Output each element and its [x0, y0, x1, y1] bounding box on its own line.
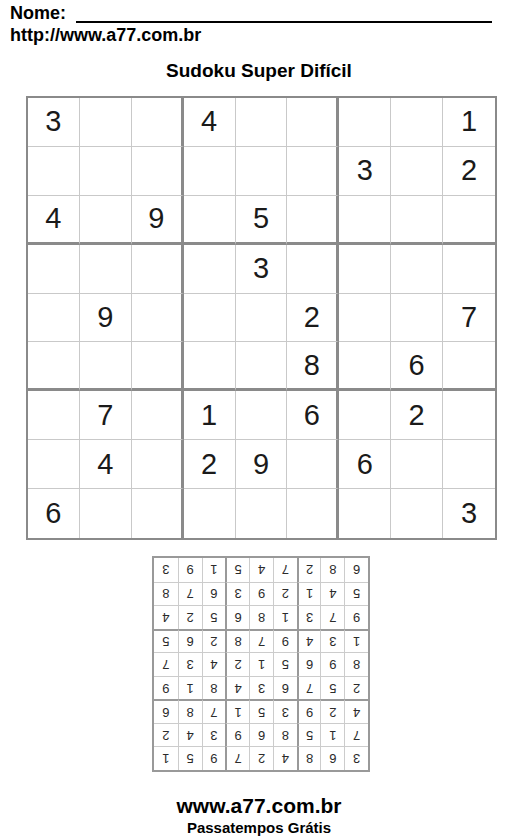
- puzzle-cell-r7c5: [236, 391, 288, 440]
- solution-cell-r2c5: 6: [249, 723, 273, 747]
- puzzle-cell-r5c7: [339, 294, 391, 343]
- puzzle-cell-r4c2: [80, 245, 132, 294]
- puzzle-cell-r1c4: 4: [184, 98, 236, 147]
- solution-cell-r8c8: 7: [178, 582, 202, 606]
- solution-cell-r6c1: 1: [344, 629, 368, 653]
- puzzle-cell-r4c7: [339, 245, 391, 294]
- puzzle-cell-r6c5: [236, 342, 288, 391]
- puzzle-cell-r1c1: 3: [28, 98, 80, 147]
- solution-cell-r3c6: 1: [225, 699, 249, 723]
- puzzle-cell-r7c8: 2: [391, 391, 443, 440]
- puzzle-cell-r6c9: [443, 342, 495, 391]
- solution-cell-r9c9: 3: [154, 558, 178, 582]
- puzzle-cell-r6c7: [339, 342, 391, 391]
- puzzle-cell-r4c6: [287, 245, 339, 294]
- puzzle-cell-r2c5: [236, 147, 288, 196]
- solution-cell-r1c8: 5: [178, 746, 202, 770]
- puzzle-cell-r5c8: [391, 294, 443, 343]
- puzzle-cell-r4c3: [132, 245, 184, 294]
- puzzle-cell-r8c2: 4: [80, 440, 132, 489]
- solution-cell-r8c6: 3: [225, 582, 249, 606]
- solution-cell-r7c3: 3: [297, 605, 321, 629]
- puzzle-cell-r5c9: 7: [443, 294, 495, 343]
- puzzle-cell-r8c6: [287, 440, 339, 489]
- solution-cell-r5c9: 7: [154, 652, 178, 676]
- puzzle-cell-r4c9: [443, 245, 495, 294]
- solution-cell-r4c7: 8: [202, 676, 226, 700]
- solution-cell-r3c5: 5: [249, 699, 273, 723]
- puzzle-cell-r7c1: [28, 391, 80, 440]
- puzzle-cell-r3c7: [339, 196, 391, 245]
- solution-cell-r5c5: 1: [249, 652, 273, 676]
- solution-cell-r6c8: 6: [178, 629, 202, 653]
- puzzle-cell-r7c4: 1: [184, 391, 236, 440]
- site-url: http://www.a77.com.br: [10, 25, 201, 46]
- name-label: Nome:: [10, 3, 66, 23]
- solution-cell-r9c3: 2: [297, 558, 321, 582]
- puzzle-cell-r8c9: [443, 440, 495, 489]
- solution-cell-r6c2: 3: [320, 629, 344, 653]
- solution-cell-r6c5: 7: [249, 629, 273, 653]
- solution-cell-r8c2: 4: [320, 582, 344, 606]
- puzzle-cell-r8c4: 2: [184, 440, 236, 489]
- solution-cell-r2c4: 8: [273, 723, 297, 747]
- solution-cell-r3c7: 7: [202, 699, 226, 723]
- solution-cell-r4c4: 6: [273, 676, 297, 700]
- solution-cell-r3c1: 4: [344, 699, 368, 723]
- puzzle-cell-r1c3: [132, 98, 184, 147]
- puzzle-cell-r7c3: [132, 391, 184, 440]
- puzzle-cell-r2c9: 2: [443, 147, 495, 196]
- puzzle-cell-r2c7: 3: [339, 147, 391, 196]
- solution-cell-r9c6: 5: [225, 558, 249, 582]
- puzzle-cell-r3c9: [443, 196, 495, 245]
- solution-cell-r4c5: 3: [249, 676, 273, 700]
- puzzle-cell-r9c2: [80, 489, 132, 538]
- puzzle-cell-r8c3: [132, 440, 184, 489]
- solution-cell-r3c8: 8: [178, 699, 202, 723]
- sudoku-solution-grid-rotated: 3684279517158693424293517862576348198965…: [152, 556, 370, 772]
- solution-cell-r6c3: 4: [297, 629, 321, 653]
- puzzle-cell-r6c3: [132, 342, 184, 391]
- solution-cell-r2c6: 9: [225, 723, 249, 747]
- puzzle-cell-r8c1: [28, 440, 80, 489]
- puzzle-cell-r9c5: [236, 489, 288, 538]
- solution-cell-r1c6: 7: [225, 746, 249, 770]
- solution-cell-r1c4: 4: [273, 746, 297, 770]
- solution-cell-r5c6: 2: [225, 652, 249, 676]
- puzzle-cell-r5c6: 2: [287, 294, 339, 343]
- solution-cell-r7c6: 6: [225, 605, 249, 629]
- puzzle-cell-r5c5: [236, 294, 288, 343]
- solution-cell-r5c1: 8: [344, 652, 368, 676]
- puzzle-cell-r9c7: [339, 489, 391, 538]
- solution-cell-r6c4: 9: [273, 629, 297, 653]
- puzzle-cell-r9c3: [132, 489, 184, 538]
- solution-cell-r9c8: 9: [178, 558, 202, 582]
- footer-tagline: Passatempos Grátis: [0, 819, 518, 836]
- puzzle-cell-r6c8: 6: [391, 342, 443, 391]
- puzzle-cell-r3c3: 9: [132, 196, 184, 245]
- solution-cell-r2c1: 7: [344, 723, 368, 747]
- puzzle-cell-r9c1: 6: [28, 489, 80, 538]
- solution-cell-r5c4: 5: [273, 652, 297, 676]
- solution-cell-r6c9: 5: [154, 629, 178, 653]
- solution-cell-r8c1: 5: [344, 582, 368, 606]
- solution-cell-r4c9: 9: [154, 676, 178, 700]
- puzzle-cell-r7c9: [443, 391, 495, 440]
- puzzle-cell-r8c5: 9: [236, 440, 288, 489]
- puzzle-cell-r2c3: [132, 147, 184, 196]
- puzzle-cell-r2c4: [184, 147, 236, 196]
- puzzle-cell-r8c7: 6: [339, 440, 391, 489]
- puzzle-cell-r1c9: 1: [443, 98, 495, 147]
- solution-cell-r7c7: 5: [202, 605, 226, 629]
- solution-cell-r4c1: 2: [344, 676, 368, 700]
- solution-cell-r6c7: 2: [202, 629, 226, 653]
- solution-cell-r2c3: 5: [297, 723, 321, 747]
- puzzle-cell-r3c6: [287, 196, 339, 245]
- puzzle-cell-r1c7: [339, 98, 391, 147]
- puzzle-cell-r3c4: [184, 196, 236, 245]
- solution-cell-r1c1: 3: [344, 746, 368, 770]
- puzzle-cell-r9c4: [184, 489, 236, 538]
- puzzle-cell-r1c2: [80, 98, 132, 147]
- puzzle-cell-r2c2: [80, 147, 132, 196]
- puzzle-cell-r6c2: [80, 342, 132, 391]
- puzzle-cell-r6c6: 8: [287, 342, 339, 391]
- solution-cell-r1c7: 9: [202, 746, 226, 770]
- solution-cell-r8c7: 6: [202, 582, 226, 606]
- solution-cell-r4c8: 1: [178, 676, 202, 700]
- puzzle-cell-r5c4: [184, 294, 236, 343]
- solution-cell-r9c5: 4: [249, 558, 273, 582]
- solution-cell-r3c2: 2: [320, 699, 344, 723]
- solution-cell-r6c6: 8: [225, 629, 249, 653]
- solution-cell-r2c8: 4: [178, 723, 202, 747]
- footer-site: www.a77.com.br: [0, 794, 518, 818]
- solution-cell-r4c6: 4: [225, 676, 249, 700]
- solution-cell-r5c8: 3: [178, 652, 202, 676]
- puzzle-cell-r7c7: [339, 391, 391, 440]
- solution-cell-r2c9: 2: [154, 723, 178, 747]
- puzzle-cell-r2c6: [287, 147, 339, 196]
- solution-cell-r5c3: 6: [297, 652, 321, 676]
- puzzle-cell-r8c8: [391, 440, 443, 489]
- solution-cell-r3c9: 6: [154, 699, 178, 723]
- puzzle-cell-r2c1: [28, 147, 80, 196]
- solution-cell-r8c4: 2: [273, 582, 297, 606]
- puzzle-cell-r4c1: [28, 245, 80, 294]
- puzzle-cell-r2c8: [391, 147, 443, 196]
- solution-cell-r2c7: 3: [202, 723, 226, 747]
- worksheet-page: Nome: http://www.a77.com.br Sudoku Super…: [0, 0, 518, 840]
- puzzle-cell-r1c5: [236, 98, 288, 147]
- puzzle-cell-r1c6: [287, 98, 339, 147]
- solution-cell-r9c1: 6: [344, 558, 368, 582]
- solution-cell-r3c4: 3: [273, 699, 297, 723]
- solution-cell-r1c2: 6: [320, 746, 344, 770]
- name-blank-line: [76, 5, 492, 23]
- sudoku-puzzle-grid: 341324953927867162429663: [26, 96, 497, 540]
- puzzle-cell-r6c1: [28, 342, 80, 391]
- solution-cell-r1c9: 1: [154, 746, 178, 770]
- puzzle-cell-r7c2: 7: [80, 391, 132, 440]
- page-title: Sudoku Super Difícil: [0, 60, 518, 82]
- solution-cell-r7c2: 7: [320, 605, 344, 629]
- puzzle-cell-r3c1: 4: [28, 196, 80, 245]
- solution-cell-r4c2: 5: [320, 676, 344, 700]
- puzzle-cell-r3c2: [80, 196, 132, 245]
- solution-cell-r5c7: 4: [202, 652, 226, 676]
- puzzle-cell-r5c1: [28, 294, 80, 343]
- puzzle-cell-r9c9: 3: [443, 489, 495, 538]
- puzzle-cell-r4c8: [391, 245, 443, 294]
- solution-cell-r4c3: 7: [297, 676, 321, 700]
- puzzle-cell-r1c8: [391, 98, 443, 147]
- puzzle-cell-r3c8: [391, 196, 443, 245]
- solution-cell-r2c2: 1: [320, 723, 344, 747]
- puzzle-cell-r4c5: 3: [236, 245, 288, 294]
- solution-cell-r5c2: 9: [320, 652, 344, 676]
- solution-cell-r9c2: 8: [320, 558, 344, 582]
- puzzle-cell-r6c4: [184, 342, 236, 391]
- solution-cell-r7c1: 9: [344, 605, 368, 629]
- solution-cell-r8c9: 8: [154, 582, 178, 606]
- puzzle-cell-r3c5: 5: [236, 196, 288, 245]
- puzzle-cell-r5c3: [132, 294, 184, 343]
- puzzle-cell-r7c6: 6: [287, 391, 339, 440]
- solution-cell-r8c3: 1: [297, 582, 321, 606]
- solution-cell-r1c3: 8: [297, 746, 321, 770]
- puzzle-cell-r9c8: [391, 489, 443, 538]
- solution-cell-r9c4: 7: [273, 558, 297, 582]
- solution-cell-r7c9: 4: [154, 605, 178, 629]
- puzzle-cell-r4c4: [184, 245, 236, 294]
- puzzle-cell-r5c2: 9: [80, 294, 132, 343]
- solution-cell-r7c8: 2: [178, 605, 202, 629]
- solution-cell-r3c3: 9: [297, 699, 321, 723]
- solution-cell-r7c5: 8: [249, 605, 273, 629]
- name-row: Nome:: [10, 3, 492, 23]
- puzzle-cell-r9c6: [287, 489, 339, 538]
- solution-cell-r7c4: 1: [273, 605, 297, 629]
- solution-cell-r8c5: 9: [249, 582, 273, 606]
- solution-cell-r9c7: 1: [202, 558, 226, 582]
- solution-cell-r1c5: 2: [249, 746, 273, 770]
